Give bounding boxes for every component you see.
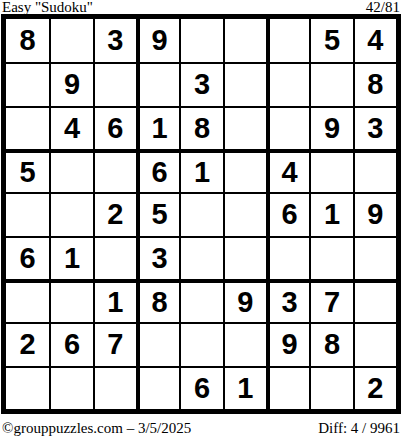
cell-r6c5[interactable] bbox=[179, 236, 222, 279]
cell-r8c4[interactable] bbox=[136, 322, 179, 365]
cell-r1c1: 8 bbox=[6, 19, 49, 62]
cell-r6c7[interactable] bbox=[266, 236, 309, 279]
cell-r7c3: 1 bbox=[93, 279, 136, 322]
cell-r4c9[interactable] bbox=[353, 149, 396, 192]
cell-r6c3[interactable] bbox=[93, 236, 136, 279]
cell-r7c8: 7 bbox=[309, 279, 352, 322]
cell-r4c8[interactable] bbox=[309, 149, 352, 192]
cell-r4c5: 1 bbox=[179, 149, 222, 192]
cell-r5c4: 5 bbox=[136, 192, 179, 235]
cell-r8c8: 8 bbox=[309, 322, 352, 365]
cell-r1c6[interactable] bbox=[223, 19, 266, 62]
cell-r1c8: 5 bbox=[309, 19, 352, 62]
cell-r2c2: 9 bbox=[49, 62, 92, 105]
cell-r1c7[interactable] bbox=[266, 19, 309, 62]
cell-r2c1[interactable] bbox=[6, 62, 49, 105]
cell-r7c7: 3 bbox=[266, 279, 309, 322]
cell-r5c3: 2 bbox=[93, 192, 136, 235]
cell-r3c7[interactable] bbox=[266, 106, 309, 149]
cell-r5c9: 9 bbox=[353, 192, 396, 235]
cell-r9c9: 2 bbox=[353, 366, 396, 409]
cell-r2c6[interactable] bbox=[223, 62, 266, 105]
cell-r3c2: 4 bbox=[49, 106, 92, 149]
cell-r9c5: 6 bbox=[179, 366, 222, 409]
cell-r3c6[interactable] bbox=[223, 106, 266, 149]
cell-r6c6[interactable] bbox=[223, 236, 266, 279]
header: Easy "Sudoku" 42/81 bbox=[0, 0, 402, 14]
cell-r8c5[interactable] bbox=[179, 322, 222, 365]
cell-r7c9[interactable] bbox=[353, 279, 396, 322]
cell-r8c1: 2 bbox=[6, 322, 49, 365]
cell-r3c4: 1 bbox=[136, 106, 179, 149]
cell-r9c2[interactable] bbox=[49, 366, 92, 409]
cell-r4c2[interactable] bbox=[49, 149, 92, 192]
cell-r1c9: 4 bbox=[353, 19, 396, 62]
cell-r4c3[interactable] bbox=[93, 149, 136, 192]
sudoku-board: 839549384618935614256196131893726798612 bbox=[1, 14, 401, 414]
cell-r8c3: 7 bbox=[93, 322, 136, 365]
cell-r6c1: 6 bbox=[6, 236, 49, 279]
cell-r3c5: 8 bbox=[179, 106, 222, 149]
copyright-text: ©grouppuzzles.com – 3/5/2025 bbox=[2, 420, 191, 436]
cell-r2c9: 8 bbox=[353, 62, 396, 105]
cell-r8c6[interactable] bbox=[223, 322, 266, 365]
cell-r5c6[interactable] bbox=[223, 192, 266, 235]
cell-r7c2[interactable] bbox=[49, 279, 92, 322]
cell-r7c4: 8 bbox=[136, 279, 179, 322]
cell-r6c8[interactable] bbox=[309, 236, 352, 279]
cell-r4c6[interactable] bbox=[223, 149, 266, 192]
cell-r3c3: 6 bbox=[93, 106, 136, 149]
filled-counter: 42/81 bbox=[366, 0, 400, 14]
cell-r3c9: 3 bbox=[353, 106, 396, 149]
cell-r1c4: 9 bbox=[136, 19, 179, 62]
cell-r5c8: 1 bbox=[309, 192, 352, 235]
cell-r2c8[interactable] bbox=[309, 62, 352, 105]
cell-r9c4[interactable] bbox=[136, 366, 179, 409]
cell-r8c2: 6 bbox=[49, 322, 92, 365]
difficulty-text: Diff: 4 / 9961 bbox=[318, 420, 400, 436]
cell-r7c1[interactable] bbox=[6, 279, 49, 322]
cell-r8c9[interactable] bbox=[353, 322, 396, 365]
cell-r7c6: 9 bbox=[223, 279, 266, 322]
puzzle-page: Easy "Sudoku" 42/81 83954938461893561425… bbox=[0, 0, 402, 437]
cell-r3c1[interactable] bbox=[6, 106, 49, 149]
cell-r4c1: 5 bbox=[6, 149, 49, 192]
cell-r3c8: 9 bbox=[309, 106, 352, 149]
cell-r4c4: 6 bbox=[136, 149, 179, 192]
cell-r9c8[interactable] bbox=[309, 366, 352, 409]
cell-r6c4: 3 bbox=[136, 236, 179, 279]
cell-r2c3[interactable] bbox=[93, 62, 136, 105]
cell-r9c6: 1 bbox=[223, 366, 266, 409]
footer: ©grouppuzzles.com – 3/5/2025 Diff: 4 / 9… bbox=[0, 414, 402, 437]
cell-r5c5[interactable] bbox=[179, 192, 222, 235]
cell-r8c7: 9 bbox=[266, 322, 309, 365]
cell-r7c5[interactable] bbox=[179, 279, 222, 322]
cell-r5c7: 6 bbox=[266, 192, 309, 235]
cell-r1c3: 3 bbox=[93, 19, 136, 62]
cell-r6c2: 1 bbox=[49, 236, 92, 279]
cell-r4c7: 4 bbox=[266, 149, 309, 192]
cell-r2c7[interactable] bbox=[266, 62, 309, 105]
cell-r9c3[interactable] bbox=[93, 366, 136, 409]
cell-r5c2[interactable] bbox=[49, 192, 92, 235]
cell-r1c5[interactable] bbox=[179, 19, 222, 62]
cell-r9c1[interactable] bbox=[6, 366, 49, 409]
cell-r9c7[interactable] bbox=[266, 366, 309, 409]
cell-r2c5: 3 bbox=[179, 62, 222, 105]
cell-r2c4[interactable] bbox=[136, 62, 179, 105]
cell-r1c2[interactable] bbox=[49, 19, 92, 62]
puzzle-title: Easy "Sudoku" bbox=[2, 0, 93, 14]
cell-r6c9[interactable] bbox=[353, 236, 396, 279]
cell-r5c1[interactable] bbox=[6, 192, 49, 235]
